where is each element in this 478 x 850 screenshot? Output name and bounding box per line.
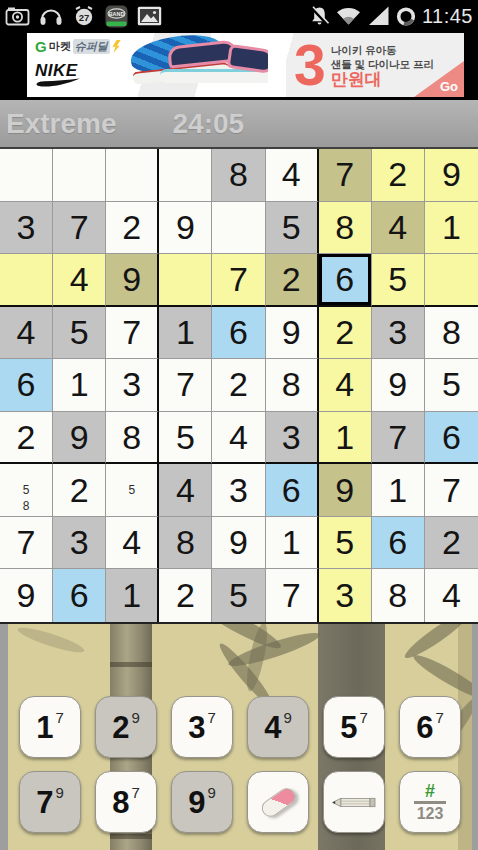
status-time: 11:45	[422, 5, 473, 28]
cell-r4c6[interactable]: 9	[266, 307, 319, 360]
pencil-marks: 58	[2, 466, 50, 514]
cell-r9c3[interactable]: 1	[106, 569, 159, 622]
cell-value: 3	[388, 313, 407, 352]
cell-r7c1[interactable]: 58	[0, 464, 53, 517]
cell-value: 2	[335, 313, 354, 352]
cell-r9c8[interactable]: 8	[372, 569, 425, 622]
numpad-1-button[interactable]: 17	[19, 696, 81, 758]
ad-banner[interactable]: G마켓 슈퍼딜 NIKE 3 나이키 유아동 샌들 및 다이	[0, 32, 478, 100]
cell-r2c9[interactable]: 1	[425, 202, 478, 255]
cell-r1c5[interactable]: 8	[212, 149, 265, 202]
cell-value: 1	[388, 471, 407, 510]
cell-r7c7[interactable]: 9	[319, 464, 372, 517]
cell-r4c5[interactable]: 6	[212, 307, 265, 360]
numpad-8-button[interactable]: 87	[95, 771, 157, 833]
cell-value: 1	[442, 208, 461, 247]
cell-value: 2	[229, 365, 248, 404]
numpad-digit: 7	[36, 787, 53, 818]
alarm-badge: 27	[79, 11, 90, 22]
cell-r1c8[interactable]: 2	[372, 149, 425, 202]
band-app-icon: BAND	[105, 5, 128, 28]
bamboo-leaf	[16, 624, 86, 657]
numpad-digit-count: 7	[207, 709, 215, 726]
cell-r8c7[interactable]: 5	[319, 517, 372, 570]
cell-value: 5	[442, 365, 461, 404]
cell-r6c4[interactable]: 5	[159, 412, 212, 465]
cell-value: 7	[176, 365, 195, 404]
ad-offer: 3 나이키 유아동 샌들 및 다이나모 프리 만원대 Go	[286, 33, 464, 97]
ad-price: 만원대	[331, 73, 434, 87]
cell-value: 6	[70, 576, 89, 615]
status-bar: 27 BAND 11:45	[0, 0, 478, 32]
cell-value: 7	[122, 313, 141, 352]
numpad-digit-count: 7	[131, 784, 139, 801]
ad-logos: G마켓 슈퍼딜 NIKE	[27, 33, 129, 97]
cell-r5c1[interactable]: 6	[0, 359, 53, 412]
cell-value: 7	[282, 576, 301, 615]
cell-value: 6	[17, 365, 36, 404]
notes-divider	[414, 801, 446, 804]
cell-r1c6[interactable]: 4	[266, 149, 319, 202]
cell-r3c4[interactable]	[159, 254, 212, 307]
cell-value: 8	[229, 155, 248, 194]
cell-r8c2[interactable]: 3	[53, 517, 106, 570]
cell-r9c2[interactable]: 6	[53, 569, 106, 622]
cell-r7c5[interactable]: 3	[212, 464, 265, 517]
notes-123-label: 123	[417, 806, 444, 821]
cell-value: 9	[335, 471, 354, 510]
numpad-5-button[interactable]: 57	[323, 696, 385, 758]
cell-r5c6[interactable]: 8	[266, 359, 319, 412]
screen: 27 BAND 11:45	[0, 0, 478, 850]
cell-value: 4	[122, 523, 141, 562]
cell-r6c7[interactable]: 1	[319, 412, 372, 465]
cell-value: 9	[176, 208, 195, 247]
mute-bell-icon	[309, 6, 330, 26]
numpad: 172937495767 798799 # 123	[8, 696, 472, 833]
numpad-digit: 4	[264, 712, 281, 743]
cell-value: 7	[442, 471, 461, 510]
cell-value: 2	[17, 418, 36, 457]
cell-r4c7[interactable]: 2	[319, 307, 372, 360]
cell-r7c6[interactable]: 6	[266, 464, 319, 517]
cell-value: 7	[70, 208, 89, 247]
pencil-button[interactable]	[323, 771, 385, 833]
cell-r6c5[interactable]: 4	[212, 412, 265, 465]
cell-r8c6[interactable]: 1	[266, 517, 319, 570]
left-edge	[0, 624, 8, 850]
cell-value: 4	[388, 208, 407, 247]
cell-r5c2[interactable]: 1	[53, 359, 106, 412]
cell-r8c4[interactable]: 8	[159, 517, 212, 570]
wifi-icon	[335, 6, 362, 26]
cell-value: 4	[442, 576, 461, 615]
cell-r8c1[interactable]: 7	[0, 517, 53, 570]
cell-r4c1[interactable]: 4	[0, 307, 53, 360]
numpad-row-1: 172937495767	[8, 696, 472, 758]
cell-value: 3	[17, 208, 36, 247]
cell-r1c3[interactable]	[106, 149, 159, 202]
cell-r7c2[interactable]: 2	[53, 464, 106, 517]
cell-value: 4	[335, 365, 354, 404]
cell-r4c2[interactable]: 5	[53, 307, 106, 360]
cell-value: 8	[282, 365, 301, 404]
cell-value: 7	[229, 260, 248, 299]
cell-value: 4	[176, 471, 195, 510]
ad-product-images	[129, 33, 286, 97]
cell-value: 3	[335, 576, 354, 615]
cell-value: 4	[282, 155, 301, 194]
cell-value: 8	[176, 523, 195, 562]
cell-r1c4[interactable]	[159, 149, 212, 202]
cell-r9c9[interactable]: 4	[425, 569, 478, 622]
cell-value: 6	[388, 523, 407, 562]
cell-value: 5	[282, 208, 301, 247]
cell-r2c5[interactable]	[212, 202, 265, 255]
cell-value: 2	[70, 471, 89, 510]
cell-value: 2	[442, 523, 461, 562]
cell-value: 1	[122, 576, 141, 615]
cell-value: 9	[122, 260, 141, 299]
cell-r2c7[interactable]: 8	[319, 202, 372, 255]
game-header: Extreme 24:05	[0, 100, 478, 147]
numpad-digit-count: 7	[435, 709, 443, 726]
cell-r2c6[interactable]: 5	[266, 202, 319, 255]
numpad-digit-count: 7	[55, 709, 63, 726]
cell-r5c5[interactable]: 2	[212, 359, 265, 412]
sync-icon	[395, 6, 417, 27]
cell-r3c7[interactable]: 6	[319, 254, 372, 307]
numpad-digit-count: 9	[55, 784, 63, 801]
cell-r2c2[interactable]: 7	[53, 202, 106, 255]
cell-r4c8[interactable]: 3	[372, 307, 425, 360]
cell-r7c4[interactable]: 4	[159, 464, 212, 517]
cell-value: 1	[335, 418, 354, 457]
cell-value: 3	[282, 418, 301, 457]
cell-value: 6	[229, 313, 248, 352]
cell-value: 1	[282, 523, 301, 562]
cell-r4c3[interactable]: 7	[106, 307, 159, 360]
cell-value: 6	[282, 471, 301, 510]
bottom-panel: 172937495767 798799 # 123	[0, 624, 478, 850]
numpad-7-button[interactable]: 79	[19, 771, 81, 833]
cell-r1c9[interactable]: 9	[425, 149, 478, 202]
cell-value: 2	[122, 208, 141, 247]
notes-toggle-button[interactable]: # 123	[399, 771, 461, 833]
cell-r2c3[interactable]: 2	[106, 202, 159, 255]
cell-r3c3[interactable]: 9	[106, 254, 159, 307]
cell-r2c1[interactable]: 3	[0, 202, 53, 255]
cell-r3c5[interactable]: 7	[212, 254, 265, 307]
cell-r4c9[interactable]: 8	[425, 307, 478, 360]
cell-value: 9	[282, 313, 301, 352]
cell-value: 5	[229, 576, 248, 615]
cell-value: 9	[229, 523, 248, 562]
cell-r9c7[interactable]: 3	[319, 569, 372, 622]
numpad-2-button[interactable]: 29	[95, 696, 157, 758]
cell-value: 6	[335, 260, 354, 299]
timer: 24:05	[173, 108, 245, 140]
cell-value: 9	[17, 576, 36, 615]
cell-r9c1[interactable]: 9	[0, 569, 53, 622]
cell-r2c4[interactable]: 9	[159, 202, 212, 255]
pencil-icon	[331, 796, 377, 809]
cell-r5c3[interactable]: 3	[106, 359, 159, 412]
cell-value: 7	[388, 418, 407, 457]
cell-value: 8	[122, 418, 141, 457]
cell-r8c3[interactable]: 4	[106, 517, 159, 570]
ad-big-number: 3	[294, 35, 326, 95]
cell-r7c8[interactable]: 1	[372, 464, 425, 517]
numpad-digit: 9	[188, 787, 205, 818]
numpad-6-button[interactable]: 67	[399, 696, 461, 758]
cell-r3c6[interactable]: 2	[266, 254, 319, 307]
cell-r5c4[interactable]: 7	[159, 359, 212, 412]
cell-value: 9	[70, 418, 89, 457]
cell-r5c7[interactable]: 4	[319, 359, 372, 412]
cell-r4c4[interactable]: 1	[159, 307, 212, 360]
cell-value: 5	[388, 260, 407, 299]
numpad-digit-count: 9	[207, 784, 215, 801]
eraser-button[interactable]	[247, 771, 309, 833]
cell-value: 5	[70, 313, 89, 352]
cell-value: 3	[122, 365, 141, 404]
cell-r9c5[interactable]: 5	[212, 569, 265, 622]
numpad-digit: 3	[188, 712, 205, 743]
cell-r5c9[interactable]: 5	[425, 359, 478, 412]
cell-value: 7	[335, 155, 354, 194]
numpad-digit-count: 7	[359, 709, 367, 726]
numpad-digit: 6	[416, 712, 433, 743]
cell-value: 8	[442, 313, 461, 352]
gmarket-logo: G	[35, 38, 47, 55]
cell-r6c8[interactable]: 7	[372, 412, 425, 465]
cell-r3c1[interactable]	[0, 254, 53, 307]
sudoku-board: 8472937295841497265457169238613728495298…	[0, 147, 478, 624]
cell-r1c1[interactable]	[0, 149, 53, 202]
cell-value: 6	[442, 418, 461, 457]
cell-value: 7	[17, 523, 36, 562]
cell-value: 1	[70, 365, 89, 404]
cell-r8c5[interactable]: 9	[212, 517, 265, 570]
cell-value: 5	[176, 418, 195, 457]
camera-icon	[5, 6, 30, 26]
numpad-3-button[interactable]: 37	[171, 696, 233, 758]
ad-line2: 샌들 및 다이나모 프리	[331, 57, 434, 71]
cell-value: 3	[70, 523, 89, 562]
cell-value: 4	[229, 418, 248, 457]
cell-r6c2[interactable]: 9	[53, 412, 106, 465]
cell-value: 2	[176, 576, 195, 615]
ad-go-label[interactable]: Go	[440, 79, 458, 94]
ad-sandal-image	[160, 41, 278, 85]
cell-value: 1	[176, 313, 195, 352]
eraser-icon	[258, 784, 298, 819]
numpad-row-2: 798799 # 123	[8, 771, 472, 833]
cell-r6c6[interactable]: 3	[266, 412, 319, 465]
cell-r5c8[interactable]: 9	[372, 359, 425, 412]
cell-r6c9[interactable]: 6	[425, 412, 478, 465]
cell-r3c8[interactable]: 5	[372, 254, 425, 307]
cell-value: 8	[388, 576, 407, 615]
notes-hash-icon: #	[425, 783, 435, 799]
cell-value: 8	[335, 208, 354, 247]
cell-value: 4	[17, 313, 36, 352]
cell-r9c4[interactable]: 2	[159, 569, 212, 622]
gallery-icon	[137, 6, 162, 26]
cell-r3c9[interactable]	[425, 254, 478, 307]
numpad-digit-count: 9	[283, 709, 291, 726]
cell-r7c9[interactable]: 7	[425, 464, 478, 517]
superdeal-logo: 슈퍼딜	[73, 39, 110, 54]
numpad-digit: 5	[340, 712, 357, 743]
cell-r9c6[interactable]: 7	[266, 569, 319, 622]
numpad-9-button[interactable]: 99	[171, 771, 233, 833]
numpad-4-button[interactable]: 49	[247, 696, 309, 758]
cell-r1c2[interactable]	[53, 149, 106, 202]
cell-r8c9[interactable]: 2	[425, 517, 478, 570]
band-label: BAND	[109, 10, 125, 16]
numpad-digit: 8	[112, 787, 129, 818]
alarm-icon: 27	[72, 6, 96, 27]
cell-value: 9	[442, 155, 461, 194]
nike-logo: NIKE	[35, 61, 129, 81]
cell-r2c8[interactable]: 4	[372, 202, 425, 255]
signal-icon	[367, 6, 390, 26]
cell-value: 3	[229, 471, 248, 510]
numpad-digit: 1	[36, 712, 53, 743]
ad-line1: 나이키 유아동	[331, 43, 434, 57]
cell-value: 5	[335, 523, 354, 562]
cell-value: 2	[388, 155, 407, 194]
headphones-icon	[39, 6, 63, 26]
cell-r6c1[interactable]: 2	[0, 412, 53, 465]
cell-value: 2	[282, 260, 301, 299]
numpad-digit: 2	[112, 712, 129, 743]
cell-value: 4	[70, 260, 89, 299]
cell-r7c3[interactable]: 5	[106, 464, 159, 517]
difficulty-label: Extreme	[6, 108, 117, 140]
cell-r1c7[interactable]: 7	[319, 149, 372, 202]
pencil-marks: 5	[108, 466, 155, 514]
numpad-digit-count: 9	[131, 709, 139, 726]
cell-r3c2[interactable]: 4	[53, 254, 106, 307]
cell-value: 9	[388, 365, 407, 404]
cell-r8c8[interactable]: 6	[372, 517, 425, 570]
lightning-icon	[112, 40, 121, 53]
right-edge	[472, 624, 478, 850]
cell-r6c3[interactable]: 8	[106, 412, 159, 465]
